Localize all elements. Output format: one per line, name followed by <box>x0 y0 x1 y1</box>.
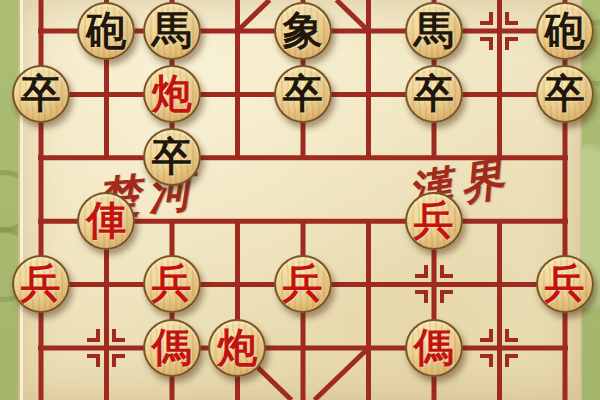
piece-red-cannon-d7[interactable]: 炮 <box>205 316 271 379</box>
point-marker-brackets <box>478 327 520 369</box>
piece-disc[interactable]: 炮 <box>143 65 201 123</box>
piece-disc[interactable]: 兵 <box>274 255 332 313</box>
piece-disc[interactable]: 俥 <box>77 192 135 250</box>
piece-disc[interactable]: 砲 <box>536 2 594 60</box>
piece-black-cannon-i2[interactable]: 砲 <box>532 0 598 62</box>
piece-character: 砲 <box>86 10 126 50</box>
piece-red-soldier-a6[interactable]: 兵 <box>8 253 74 316</box>
piece-disc[interactable]: 卒 <box>143 128 201 186</box>
point-marker-brackets <box>413 263 455 305</box>
piece-character: 傌 <box>414 327 454 367</box>
piece-character: 傌 <box>152 327 192 367</box>
piece-black-cannon-b2[interactable]: 砲 <box>74 0 140 62</box>
piece-disc[interactable]: 卒 <box>12 65 70 123</box>
piece-black-soldier-i3[interactable]: 卒 <box>532 62 598 125</box>
piece-black-soldier-e3[interactable]: 卒 <box>270 62 336 125</box>
piece-black-horse-g2[interactable]: 馬 <box>401 0 467 62</box>
piece-character: 馬 <box>152 10 192 50</box>
piece-character: 馬 <box>414 10 454 50</box>
piece-character: 卒 <box>545 73 585 113</box>
xiangqi-board-screen: 楚河 漢界 砲馬象馬砲卒炮卒卒卒卒俥兵兵兵兵兵傌炮傌 <box>0 0 600 400</box>
piece-disc[interactable]: 炮 <box>208 319 266 377</box>
piece-disc[interactable]: 傌 <box>143 319 201 377</box>
piece-disc[interactable]: 兵 <box>405 192 463 250</box>
piece-disc[interactable]: 兵 <box>12 255 70 313</box>
piece-disc[interactable]: 馬 <box>143 2 201 60</box>
piece-red-horse-g7[interactable]: 傌 <box>401 316 467 379</box>
piece-black-elephant-e2[interactable]: 象 <box>270 0 336 62</box>
piece-character: 兵 <box>152 263 192 303</box>
piece-character: 象 <box>283 10 323 50</box>
piece-character: 卒 <box>21 73 61 113</box>
piece-disc[interactable]: 卒 <box>405 65 463 123</box>
piece-disc[interactable]: 馬 <box>405 2 463 60</box>
piece-character: 卒 <box>414 73 454 113</box>
piece-character: 兵 <box>545 263 585 303</box>
piece-red-cannon-c3[interactable]: 炮 <box>139 62 205 125</box>
piece-character: 兵 <box>21 263 61 303</box>
piece-red-horse-c7[interactable]: 傌 <box>139 316 205 379</box>
point-marker-h2 <box>467 0 533 62</box>
board-intersections-grid[interactable]: 砲馬象馬砲卒炮卒卒卒卒俥兵兵兵兵兵傌炮傌 <box>8 0 598 380</box>
piece-disc[interactable]: 兵 <box>536 255 594 313</box>
point-marker-brackets <box>85 327 127 369</box>
piece-disc[interactable]: 卒 <box>274 65 332 123</box>
piece-black-horse-c2[interactable]: 馬 <box>139 0 205 62</box>
piece-black-soldier-c4[interactable]: 卒 <box>139 126 205 189</box>
piece-disc[interactable]: 卒 <box>536 65 594 123</box>
piece-red-soldier-i6[interactable]: 兵 <box>532 253 598 316</box>
piece-disc[interactable]: 象 <box>274 2 332 60</box>
piece-black-soldier-a3[interactable]: 卒 <box>8 62 74 125</box>
piece-disc[interactable]: 砲 <box>77 2 135 60</box>
piece-disc[interactable]: 傌 <box>405 319 463 377</box>
piece-red-soldier-c6[interactable]: 兵 <box>139 253 205 316</box>
piece-character: 卒 <box>283 73 323 113</box>
point-marker-g6 <box>401 253 467 316</box>
piece-red-soldier-e6[interactable]: 兵 <box>270 253 336 316</box>
piece-disc[interactable]: 兵 <box>143 255 201 313</box>
piece-character: 砲 <box>545 10 585 50</box>
piece-character: 兵 <box>283 263 323 303</box>
piece-black-soldier-g3[interactable]: 卒 <box>401 62 467 125</box>
piece-character: 兵 <box>414 200 454 240</box>
piece-character: 炮 <box>217 327 257 367</box>
piece-character: 俥 <box>86 200 126 240</box>
piece-red-soldier-g5[interactable]: 兵 <box>401 189 467 252</box>
point-marker-h7 <box>467 316 533 379</box>
point-marker-b7 <box>74 316 140 379</box>
point-marker-brackets <box>478 10 520 52</box>
piece-character: 炮 <box>152 73 192 113</box>
piece-character: 卒 <box>152 136 192 176</box>
piece-red-chariot-b5[interactable]: 俥 <box>74 189 140 252</box>
